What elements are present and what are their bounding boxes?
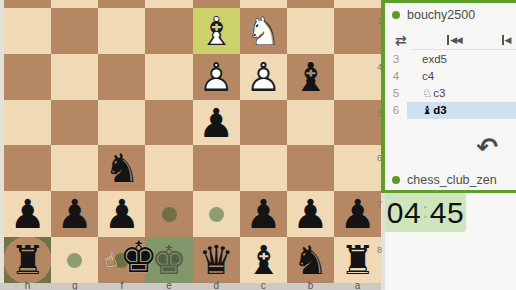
file-coordinate: b bbox=[300, 280, 320, 290]
square-h4[interactable] bbox=[4, 54, 51, 100]
flip-board-icon[interactable]: ⇄ bbox=[395, 32, 407, 48]
black-piece-h8: ♜ bbox=[4, 237, 51, 283]
black-piece-b8: ♞ bbox=[287, 237, 334, 283]
move-row-6[interactable]: 6♝d3 bbox=[385, 102, 516, 119]
square-e4[interactable] bbox=[145, 54, 192, 100]
online-dot bbox=[392, 176, 400, 184]
move-row-5[interactable]: 5♘c3 bbox=[385, 85, 516, 102]
square-g3[interactable] bbox=[51, 8, 98, 54]
square-a6[interactable] bbox=[334, 145, 381, 191]
move-row-3[interactable]: 3exd5 bbox=[385, 51, 516, 68]
square-f3[interactable] bbox=[98, 8, 145, 54]
square-c2[interactable] bbox=[240, 0, 287, 8]
square-d8[interactable]: ♛ bbox=[193, 237, 240, 283]
square-h6[interactable] bbox=[4, 145, 51, 191]
clock-colon: : bbox=[422, 198, 429, 224]
square-b3[interactable] bbox=[287, 8, 334, 54]
square-f7[interactable]: ♟ bbox=[98, 191, 145, 237]
black-piece-f6: ♞ bbox=[98, 145, 145, 191]
square-c8[interactable]: ♝ bbox=[240, 237, 287, 283]
black-piece-h7: ♟ bbox=[4, 191, 51, 237]
move-row-4[interactable]: 4c4 bbox=[385, 68, 516, 85]
square-h8[interactable]: ♜ bbox=[4, 237, 51, 283]
top-player-row[interactable]: bouchy2500 bbox=[392, 7, 514, 23]
bottom-player-row[interactable]: chess_club_zen bbox=[392, 172, 514, 188]
white-piece-f2: ♟♙ bbox=[98, 0, 145, 8]
square-a5[interactable] bbox=[334, 100, 381, 146]
move-number: 6 bbox=[385, 102, 407, 119]
square-d2[interactable] bbox=[193, 0, 240, 8]
move-san[interactable]: ♝d3 bbox=[407, 102, 516, 119]
square-b8[interactable]: ♞ bbox=[287, 237, 334, 283]
square-h2[interactable]: ♟♙ bbox=[4, 0, 51, 8]
white-piece-d3: ♝♗ bbox=[193, 8, 240, 54]
black-piece-b7: ♟ bbox=[287, 191, 334, 237]
square-g7[interactable]: ♟ bbox=[51, 191, 98, 237]
move-dest-dot bbox=[209, 207, 224, 222]
square-h3[interactable] bbox=[4, 8, 51, 54]
square-h7[interactable]: ♟ bbox=[4, 191, 51, 237]
square-g5[interactable] bbox=[51, 100, 98, 146]
square-e7[interactable] bbox=[145, 191, 192, 237]
square-g6[interactable] bbox=[51, 145, 98, 191]
rank-coordinate: 7 bbox=[377, 199, 387, 209]
square-h5[interactable] bbox=[4, 100, 51, 146]
square-c7[interactable]: ♟ bbox=[240, 191, 287, 237]
replay-controls: ⇄ ◀◀ ◀ bbox=[395, 30, 510, 49]
turn-indicator-bar bbox=[381, 0, 385, 193]
clock-minutes: 04 bbox=[387, 196, 421, 230]
white-piece-d4: ♟♙ bbox=[193, 54, 240, 100]
black-piece-a7: ♟ bbox=[334, 191, 381, 237]
white-piece-a2: ♟♙ bbox=[334, 0, 381, 8]
move-san[interactable]: ♘c3 bbox=[407, 85, 516, 102]
square-f6[interactable]: ♞ bbox=[98, 145, 145, 191]
black-piece-f7: ♟ bbox=[98, 191, 145, 237]
file-coordinate: d bbox=[206, 280, 226, 290]
square-g8[interactable] bbox=[51, 237, 98, 283]
square-c5[interactable] bbox=[240, 100, 287, 146]
black-piece-d5: ♟ bbox=[193, 100, 240, 146]
move-number: 3 bbox=[385, 51, 407, 68]
clock-seconds: 45 bbox=[430, 196, 464, 230]
square-d3[interactable]: ♝♗ bbox=[193, 8, 240, 54]
square-e5[interactable] bbox=[145, 100, 192, 146]
game-sidebar: bouchy2500 ⇄ ◀◀ ◀ 3exd54c45♘c36♝d3 ↶ che… bbox=[385, 0, 516, 290]
black-piece-b4: ♝ bbox=[287, 54, 334, 100]
white-piece-c4: ♟♙ bbox=[240, 54, 287, 100]
square-b4[interactable]: ♝ bbox=[287, 54, 334, 100]
move-dest-dot bbox=[162, 207, 177, 222]
move-number: 5 bbox=[385, 85, 407, 102]
white-piece-b2: ♟♙ bbox=[287, 0, 334, 8]
square-a7[interactable]: ♟ bbox=[334, 191, 381, 237]
white-piece-c3: ♞♘ bbox=[240, 8, 287, 54]
file-coordinate: c bbox=[253, 280, 273, 290]
move-san[interactable]: exd5 bbox=[407, 51, 516, 68]
square-a8[interactable]: ♜ bbox=[334, 237, 381, 283]
square-c4[interactable]: ♟♙ bbox=[240, 54, 287, 100]
white-piece-g2: ♟♙ bbox=[51, 0, 98, 8]
top-player-name[interactable]: bouchy2500 bbox=[407, 8, 475, 22]
move-list-divider bbox=[412, 49, 516, 50]
square-d7[interactable] bbox=[193, 191, 240, 237]
move-dest-dot bbox=[67, 253, 82, 268]
square-e2[interactable] bbox=[145, 0, 192, 8]
piece-glyph-icon: ♘ bbox=[422, 86, 432, 100]
piece-glyph-icon: ♝ bbox=[422, 103, 432, 117]
board-bottom-strip bbox=[0, 283, 381, 290]
square-d4[interactable]: ♟♙ bbox=[193, 54, 240, 100]
bottom-player-name[interactable]: chess_club_zen bbox=[407, 173, 497, 187]
undo-icon[interactable]: ↶ bbox=[476, 134, 498, 160]
square-a2[interactable]: ♟♙ bbox=[334, 0, 381, 8]
black-piece-g7: ♟ bbox=[51, 191, 98, 237]
rank-coordinate: 8 bbox=[377, 245, 387, 255]
player-clock: 04:45 bbox=[385, 193, 466, 232]
square-d5[interactable]: ♟ bbox=[193, 100, 240, 146]
white-piece-h2: ♟♙ bbox=[4, 0, 51, 8]
chess-board[interactable]: ♜♖♞♘♚♔♛♕♝♗♜♖♟♙♟♙♟♙♟♙♟♙♝♗♞♘♟♙♟♙♝♟♞♟♟♟♟♟♟♜… bbox=[4, 0, 382, 283]
square-g2[interactable]: ♟♙ bbox=[51, 0, 98, 8]
go-to-start-icon[interactable]: ◀◀ bbox=[447, 35, 461, 45]
square-f4[interactable] bbox=[98, 54, 145, 100]
square-f5[interactable] bbox=[98, 100, 145, 146]
sidebar-top-accent bbox=[385, 0, 516, 3]
online-dot bbox=[392, 11, 400, 19]
file-coordinate: a bbox=[348, 280, 368, 290]
black-piece-c8: ♝ bbox=[240, 237, 287, 283]
square-e3[interactable] bbox=[145, 8, 192, 54]
move-number: 4 bbox=[385, 68, 407, 85]
black-piece-c7: ♟ bbox=[240, 191, 287, 237]
square-b6[interactable] bbox=[287, 145, 334, 191]
square-c3[interactable]: ♞♘ bbox=[240, 8, 287, 54]
square-b7[interactable]: ♟ bbox=[287, 191, 334, 237]
square-f2[interactable]: ♟♙ bbox=[98, 0, 145, 8]
square-e6[interactable] bbox=[145, 145, 192, 191]
black-piece-a8: ♜ bbox=[334, 237, 381, 283]
step-back-icon[interactable]: ◀ bbox=[502, 35, 510, 45]
square-a4[interactable] bbox=[334, 54, 381, 100]
move-san[interactable]: c4 bbox=[407, 68, 516, 85]
square-b2[interactable]: ♟♙ bbox=[287, 0, 334, 8]
file-coordinate: h bbox=[18, 280, 38, 290]
file-coordinate: g bbox=[65, 280, 85, 290]
square-b5[interactable] bbox=[287, 100, 334, 146]
square-g4[interactable] bbox=[51, 54, 98, 100]
square-c6[interactable] bbox=[240, 145, 287, 191]
file-coordinate: e bbox=[159, 280, 179, 290]
square-d6[interactable] bbox=[193, 145, 240, 191]
move-list: 3exd54c45♘c36♝d3 bbox=[385, 51, 516, 119]
black-piece-d8: ♛ bbox=[193, 237, 240, 283]
dragged-black-king[interactable]: ♚ bbox=[115, 234, 162, 280]
square-a3[interactable] bbox=[334, 8, 381, 54]
